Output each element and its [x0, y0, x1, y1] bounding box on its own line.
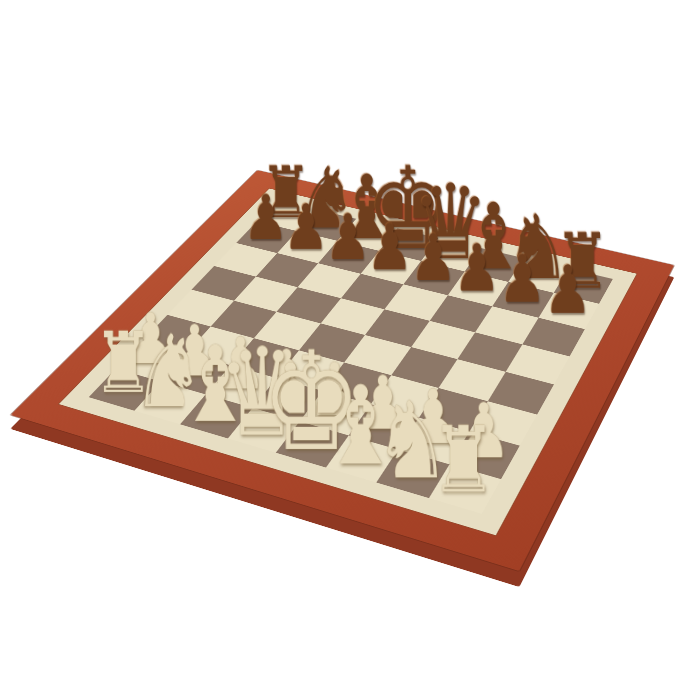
board-frame: ♜♞♝♚♛♝♞♜♟♟♟♟♟♟♟♟♟♟♟♟♟♟♟♟♜♞♝♛♚♝♞♜ — [11, 170, 674, 571]
chess-board: ♜♞♝♚♛♝♞♜♟♟♟♟♟♟♟♟♟♟♟♟♟♟♟♟♜♞♝♛♚♝♞♜ — [11, 170, 674, 571]
piece-white-rook: ♜ — [431, 415, 498, 506]
piece-black-pawn: ♟ — [544, 257, 593, 324]
piece-black-pawn: ♟ — [453, 236, 501, 301]
piece-black-pawn: ♟ — [325, 206, 371, 269]
piece-black-pawn: ♟ — [243, 187, 289, 249]
chess-set-photo: ♜♞♝♚♛♝♞♜♟♟♟♟♟♟♟♟♟♟♟♟♟♟♟♟♜♞♝♛♚♝♞♜ — [0, 0, 700, 700]
piece-black-pawn: ♟ — [498, 247, 546, 313]
piece-black-pawn: ♟ — [367, 216, 414, 280]
piece-black-pawn: ♟ — [283, 197, 329, 260]
